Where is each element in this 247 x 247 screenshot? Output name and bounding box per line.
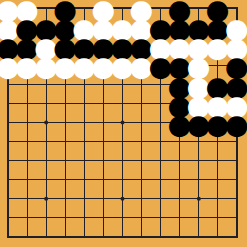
- intersection-E12[interactable]: ●: [75, 18, 94, 37]
- intersection-J11[interactable]: ●: [151, 37, 170, 56]
- intersection-B1[interactable]: [18, 227, 37, 246]
- intersection-K6[interactable]: [170, 132, 189, 151]
- intersection-D8[interactable]: [56, 94, 75, 113]
- intersection-D2[interactable]: [56, 208, 75, 227]
- intersection-E8[interactable]: [75, 94, 94, 113]
- intersection-A11[interactable]: ●: [0, 37, 18, 56]
- intersection-K12[interactable]: ●: [170, 18, 189, 37]
- intersection-G3[interactable]: [113, 189, 132, 208]
- intersection-C8[interactable]: [37, 94, 56, 113]
- intersection-C5[interactable]: [37, 151, 56, 170]
- intersection-L2[interactable]: [189, 208, 208, 227]
- intersection-E9[interactable]: [75, 75, 94, 94]
- intersection-A10[interactable]: ●: [0, 56, 18, 75]
- intersection-E6[interactable]: [75, 132, 94, 151]
- intersection-J13[interactable]: [151, 0, 170, 18]
- intersection-G11[interactable]: ●: [113, 37, 132, 56]
- intersection-N13[interactable]: [227, 0, 246, 18]
- intersection-E13[interactable]: [75, 0, 94, 18]
- intersection-H5[interactable]: [132, 151, 151, 170]
- intersection-E10[interactable]: ●: [75, 56, 94, 75]
- intersection-J8[interactable]: [151, 94, 170, 113]
- intersection-B3[interactable]: [18, 189, 37, 208]
- intersection-G10[interactable]: ●: [113, 56, 132, 75]
- intersection-F6[interactable]: [94, 132, 113, 151]
- intersection-M3[interactable]: [208, 189, 227, 208]
- intersection-M4[interactable]: [208, 170, 227, 189]
- intersection-M8[interactable]: ●: [208, 94, 227, 113]
- intersection-L10[interactable]: ●: [189, 56, 208, 75]
- intersection-E4[interactable]: [75, 170, 94, 189]
- intersection-G7[interactable]: [113, 113, 132, 132]
- intersection-H3[interactable]: [132, 189, 151, 208]
- intersection-K4[interactable]: [170, 170, 189, 189]
- intersection-M13[interactable]: ●: [208, 0, 227, 18]
- intersection-F13[interactable]: ●: [94, 0, 113, 18]
- intersection-C11[interactable]: ●: [37, 37, 56, 56]
- intersection-E7[interactable]: [75, 113, 94, 132]
- intersection-F5[interactable]: [94, 151, 113, 170]
- intersection-B12[interactable]: ●: [18, 18, 37, 37]
- intersection-G4[interactable]: [113, 170, 132, 189]
- intersection-C10[interactable]: ●: [37, 56, 56, 75]
- intersection-G1[interactable]: [113, 227, 132, 246]
- intersection-B2[interactable]: [18, 208, 37, 227]
- intersection-N11[interactable]: ●: [227, 37, 246, 56]
- intersection-G8[interactable]: [113, 94, 132, 113]
- intersection-N1[interactable]: [227, 227, 246, 246]
- intersection-C3[interactable]: [37, 189, 56, 208]
- intersection-D5[interactable]: [56, 151, 75, 170]
- intersection-M9[interactable]: ●: [208, 75, 227, 94]
- intersection-F2[interactable]: [94, 208, 113, 227]
- intersection-N6[interactable]: [227, 132, 246, 151]
- intersection-J3[interactable]: [151, 189, 170, 208]
- intersection-H2[interactable]: [132, 208, 151, 227]
- intersection-N10[interactable]: ●: [227, 56, 246, 75]
- intersection-C6[interactable]: [37, 132, 56, 151]
- intersection-N12[interactable]: ●: [227, 18, 246, 37]
- intersection-A3[interactable]: [0, 189, 18, 208]
- intersection-F1[interactable]: [94, 227, 113, 246]
- intersection-M11[interactable]: ●: [208, 37, 227, 56]
- intersection-K11[interactable]: ●: [170, 37, 189, 56]
- intersection-H11[interactable]: ●: [132, 37, 151, 56]
- intersection-L5[interactable]: [189, 151, 208, 170]
- intersection-C12[interactable]: ●: [37, 18, 56, 37]
- intersection-F10[interactable]: ●: [94, 56, 113, 75]
- intersection-A8[interactable]: [0, 94, 18, 113]
- intersection-D3[interactable]: [56, 189, 75, 208]
- intersection-A9[interactable]: [0, 75, 18, 94]
- intersection-C9[interactable]: [37, 75, 56, 94]
- intersection-G5[interactable]: [113, 151, 132, 170]
- intersection-G9[interactable]: [113, 75, 132, 94]
- intersection-L1[interactable]: [189, 227, 208, 246]
- intersection-D11[interactable]: ●: [56, 37, 75, 56]
- intersection-L9[interactable]: ●: [189, 75, 208, 94]
- intersection-H9[interactable]: [132, 75, 151, 94]
- intersection-N5[interactable]: [227, 151, 246, 170]
- intersection-L12[interactable]: ●: [189, 18, 208, 37]
- intersection-B4[interactable]: [18, 170, 37, 189]
- intersection-K2[interactable]: [170, 208, 189, 227]
- intersection-H4[interactable]: [132, 170, 151, 189]
- intersection-C13[interactable]: [37, 0, 56, 18]
- intersection-G12[interactable]: ●: [113, 18, 132, 37]
- intersection-F9[interactable]: [94, 75, 113, 94]
- intersection-M12[interactable]: ●: [208, 18, 227, 37]
- intersection-E5[interactable]: [75, 151, 94, 170]
- intersection-J1[interactable]: [151, 227, 170, 246]
- intersection-F3[interactable]: [94, 189, 113, 208]
- intersection-A4[interactable]: [0, 170, 18, 189]
- intersection-F4[interactable]: [94, 170, 113, 189]
- intersection-E11[interactable]: ●: [75, 37, 94, 56]
- intersection-H1[interactable]: [132, 227, 151, 246]
- intersection-L6[interactable]: [189, 132, 208, 151]
- intersection-F11[interactable]: ●: [94, 37, 113, 56]
- intersection-H6[interactable]: [132, 132, 151, 151]
- intersection-L13[interactable]: [189, 0, 208, 18]
- intersection-A5[interactable]: [0, 151, 18, 170]
- intersection-K3[interactable]: [170, 189, 189, 208]
- intersection-G6[interactable]: [113, 132, 132, 151]
- intersection-K9[interactable]: ●: [170, 75, 189, 94]
- intersection-E2[interactable]: [75, 208, 94, 227]
- intersection-D7[interactable]: [56, 113, 75, 132]
- intersection-D4[interactable]: [56, 170, 75, 189]
- intersection-H8[interactable]: [132, 94, 151, 113]
- intersection-N8[interactable]: ●: [227, 94, 246, 113]
- intersection-E1[interactable]: [75, 227, 94, 246]
- intersection-J4[interactable]: [151, 170, 170, 189]
- intersection-K7[interactable]: ●: [170, 113, 189, 132]
- intersection-B8[interactable]: [18, 94, 37, 113]
- intersection-C4[interactable]: [37, 170, 56, 189]
- intersection-K5[interactable]: [170, 151, 189, 170]
- intersection-K10[interactable]: ●: [170, 56, 189, 75]
- intersection-D13[interactable]: ●: [56, 0, 75, 18]
- intersection-M7[interactable]: ●: [208, 113, 227, 132]
- intersection-A12[interactable]: ●: [0, 18, 18, 37]
- intersection-G2[interactable]: [113, 208, 132, 227]
- intersection-D6[interactable]: [56, 132, 75, 151]
- intersection-F7[interactable]: [94, 113, 113, 132]
- intersection-B7[interactable]: [18, 113, 37, 132]
- intersection-C2[interactable]: [37, 208, 56, 227]
- intersection-A6[interactable]: [0, 132, 18, 151]
- intersection-C7[interactable]: [37, 113, 56, 132]
- intersection-D12[interactable]: ●: [56, 18, 75, 37]
- intersection-L7[interactable]: ●: [189, 113, 208, 132]
- intersection-C1[interactable]: [37, 227, 56, 246]
- intersection-H7[interactable]: [132, 113, 151, 132]
- intersection-N4[interactable]: [227, 170, 246, 189]
- intersections-grid: ●●●●●●●●●●●●●●●●●●●●●●●●●●●●●●●●●●●●●●●●…: [0, 0, 246, 246]
- intersection-M5[interactable]: [208, 151, 227, 170]
- intersection-J6[interactable]: [151, 132, 170, 151]
- intersection-B10[interactable]: ●: [18, 56, 37, 75]
- intersection-B13[interactable]: ●: [18, 0, 37, 18]
- intersection-G13[interactable]: [113, 0, 132, 18]
- intersection-F8[interactable]: [94, 94, 113, 113]
- intersection-J5[interactable]: [151, 151, 170, 170]
- intersection-A7[interactable]: [0, 113, 18, 132]
- intersection-K1[interactable]: [170, 227, 189, 246]
- intersection-L3[interactable]: [189, 189, 208, 208]
- intersection-E3[interactable]: [75, 189, 94, 208]
- intersection-B11[interactable]: ●: [18, 37, 37, 56]
- intersection-J12[interactable]: ●: [151, 18, 170, 37]
- intersection-A1[interactable]: [0, 227, 18, 246]
- intersection-L4[interactable]: [189, 170, 208, 189]
- intersection-M1[interactable]: [208, 227, 227, 246]
- intersection-H12[interactable]: ●: [132, 18, 151, 37]
- intersection-K8[interactable]: ●: [170, 94, 189, 113]
- intersection-H13[interactable]: ●: [132, 0, 151, 18]
- intersection-H10[interactable]: ●: [132, 56, 151, 75]
- intersection-L8[interactable]: ●: [189, 94, 208, 113]
- intersection-J7[interactable]: [151, 113, 170, 132]
- intersection-A2[interactable]: [0, 208, 18, 227]
- go-board: ●●●●●●●●●●●●●●●●●●●●●●●●●●●●●●●●●●●●●●●●…: [0, 0, 247, 247]
- intersection-A13[interactable]: ●: [0, 0, 18, 18]
- intersection-N9[interactable]: ●: [227, 75, 246, 94]
- intersection-B5[interactable]: [18, 151, 37, 170]
- intersection-J9[interactable]: [151, 75, 170, 94]
- intersection-B9[interactable]: [18, 75, 37, 94]
- intersection-K13[interactable]: ●: [170, 0, 189, 18]
- intersection-J2[interactable]: [151, 208, 170, 227]
- intersection-N2[interactable]: [227, 208, 246, 227]
- intersection-M10[interactable]: [208, 56, 227, 75]
- intersection-J10[interactable]: ●: [151, 56, 170, 75]
- intersection-N7[interactable]: ●: [227, 113, 246, 132]
- intersection-B6[interactable]: [18, 132, 37, 151]
- intersection-D9[interactable]: [56, 75, 75, 94]
- intersection-D1[interactable]: [56, 227, 75, 246]
- intersection-L11[interactable]: ●: [189, 37, 208, 56]
- intersection-D10[interactable]: ●: [56, 56, 75, 75]
- intersection-M2[interactable]: [208, 208, 227, 227]
- intersection-N3[interactable]: [227, 189, 246, 208]
- intersection-F12[interactable]: ●: [94, 18, 113, 37]
- intersection-M6[interactable]: [208, 132, 227, 151]
